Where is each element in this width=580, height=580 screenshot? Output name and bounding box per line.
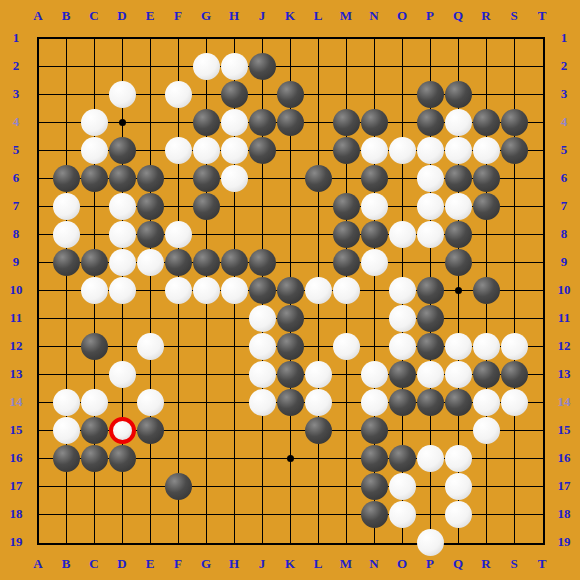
stone-Q13 [445, 361, 472, 388]
stone-M12 [333, 333, 360, 360]
stone-O10 [389, 277, 416, 304]
stone-R6 [473, 165, 500, 192]
stone-P16 [417, 445, 444, 472]
stone-D13 [109, 361, 136, 388]
stone-P13 [417, 361, 444, 388]
column-label-top: S [510, 9, 517, 23]
stone-K3 [277, 81, 304, 108]
row-label-right: 7 [561, 199, 568, 213]
stone-P6 [417, 165, 444, 192]
column-label-bottom: E [146, 557, 155, 571]
stone-K11 [277, 305, 304, 332]
stone-Q12 [445, 333, 472, 360]
row-label-right: 4 [561, 115, 568, 129]
row-label-left: 3 [13, 87, 20, 101]
stone-L10 [305, 277, 332, 304]
stone-N6 [361, 165, 388, 192]
stone-R7 [473, 193, 500, 220]
column-label-bottom: Q [453, 557, 463, 571]
stone-F9 [165, 249, 192, 276]
stone-D9 [109, 249, 136, 276]
stone-R15 [473, 417, 500, 444]
stone-F3 [165, 81, 192, 108]
stone-R12 [473, 333, 500, 360]
stone-S12 [501, 333, 528, 360]
row-label-right: 11 [558, 311, 570, 325]
column-label-top: C [89, 9, 98, 23]
stone-O13 [389, 361, 416, 388]
column-label-top: A [33, 9, 42, 23]
column-label-bottom: D [117, 557, 126, 571]
column-label-top: O [397, 9, 407, 23]
column-label-top: P [426, 9, 434, 23]
last-move-stone-D15 [109, 417, 136, 444]
stone-J5 [249, 137, 276, 164]
stone-C9 [81, 249, 108, 276]
row-label-right: 14 [558, 395, 571, 409]
column-label-bottom: K [285, 557, 295, 571]
stone-P14 [417, 389, 444, 416]
column-label-bottom: A [33, 557, 42, 571]
stone-C14 [81, 389, 108, 416]
stone-J11 [249, 305, 276, 332]
row-label-left: 5 [13, 143, 20, 157]
row-label-right: 10 [558, 283, 571, 297]
stone-N16 [361, 445, 388, 472]
stone-S4 [501, 109, 528, 136]
stone-Q9 [445, 249, 472, 276]
stone-F17 [165, 473, 192, 500]
stone-Q6 [445, 165, 472, 192]
column-label-top: Q [453, 9, 463, 23]
stone-C10 [81, 277, 108, 304]
stone-H9 [221, 249, 248, 276]
stone-P4 [417, 109, 444, 136]
row-label-left: 16 [10, 451, 23, 465]
stone-Q18 [445, 501, 472, 528]
column-label-bottom: M [340, 557, 352, 571]
column-label-top: H [229, 9, 239, 23]
stone-R10 [473, 277, 500, 304]
stone-O11 [389, 305, 416, 332]
column-label-bottom: R [481, 557, 490, 571]
row-label-right: 12 [558, 339, 571, 353]
stone-M4 [333, 109, 360, 136]
row-label-left: 19 [10, 535, 23, 549]
stone-O14 [389, 389, 416, 416]
stone-N4 [361, 109, 388, 136]
stone-Q17 [445, 473, 472, 500]
stone-B9 [53, 249, 80, 276]
stone-O5 [389, 137, 416, 164]
column-label-top: B [62, 9, 71, 23]
stone-K12 [277, 333, 304, 360]
stone-Q16 [445, 445, 472, 472]
stone-F8 [165, 221, 192, 248]
row-label-right: 2 [561, 59, 568, 73]
stone-D3 [109, 81, 136, 108]
go-board[interactable]: AABBCCDDEEFFGGHHJJKKLLMMNNOOPPQQRRSSTT11… [0, 0, 580, 580]
stone-N15 [361, 417, 388, 444]
row-label-left: 17 [10, 479, 23, 493]
stone-D10 [109, 277, 136, 304]
star-point [287, 455, 294, 462]
stone-P8 [417, 221, 444, 248]
row-label-right: 18 [558, 507, 571, 521]
row-label-right: 6 [561, 171, 568, 185]
stone-M5 [333, 137, 360, 164]
column-label-top: N [369, 9, 378, 23]
stone-O8 [389, 221, 416, 248]
stone-R4 [473, 109, 500, 136]
row-label-right: 9 [561, 255, 568, 269]
stone-B8 [53, 221, 80, 248]
star-point [119, 119, 126, 126]
column-label-bottom: S [510, 557, 517, 571]
stone-K4 [277, 109, 304, 136]
stone-Q5 [445, 137, 472, 164]
column-label-top: R [481, 9, 490, 23]
stone-M7 [333, 193, 360, 220]
row-label-left: 15 [10, 423, 23, 437]
stone-D16 [109, 445, 136, 472]
column-label-bottom: P [426, 557, 434, 571]
row-label-left: 10 [10, 283, 23, 297]
stone-G10 [193, 277, 220, 304]
column-label-bottom: J [259, 557, 266, 571]
column-label-top: F [174, 9, 182, 23]
row-label-right: 5 [561, 143, 568, 157]
stone-R14 [473, 389, 500, 416]
stone-J4 [249, 109, 276, 136]
stone-O12 [389, 333, 416, 360]
stone-N7 [361, 193, 388, 220]
stone-H6 [221, 165, 248, 192]
stone-Q4 [445, 109, 472, 136]
stone-F5 [165, 137, 192, 164]
row-label-right: 1 [561, 31, 568, 45]
stone-H5 [221, 137, 248, 164]
stone-P3 [417, 81, 444, 108]
column-label-bottom: O [397, 557, 407, 571]
row-label-right: 19 [558, 535, 571, 549]
stone-C15 [81, 417, 108, 444]
stone-J13 [249, 361, 276, 388]
row-label-left: 9 [13, 255, 20, 269]
stone-E15 [137, 417, 164, 444]
row-label-right: 15 [558, 423, 571, 437]
stone-J9 [249, 249, 276, 276]
column-label-bottom: L [314, 557, 323, 571]
stone-P11 [417, 305, 444, 332]
stone-N18 [361, 501, 388, 528]
stone-B7 [53, 193, 80, 220]
stone-C6 [81, 165, 108, 192]
stone-P19 [417, 529, 444, 556]
stone-R5 [473, 137, 500, 164]
stone-G9 [193, 249, 220, 276]
stone-M9 [333, 249, 360, 276]
column-label-top: E [146, 9, 155, 23]
stone-N17 [361, 473, 388, 500]
stone-R13 [473, 361, 500, 388]
row-label-left: 6 [13, 171, 20, 185]
stone-O18 [389, 501, 416, 528]
stone-E7 [137, 193, 164, 220]
stone-H4 [221, 109, 248, 136]
stone-P10 [417, 277, 444, 304]
stone-P7 [417, 193, 444, 220]
stone-P12 [417, 333, 444, 360]
stone-N5 [361, 137, 388, 164]
stone-L14 [305, 389, 332, 416]
row-label-left: 12 [10, 339, 23, 353]
stone-E6 [137, 165, 164, 192]
stone-J14 [249, 389, 276, 416]
row-label-left: 11 [10, 311, 22, 325]
column-label-bottom: G [201, 557, 211, 571]
stone-H2 [221, 53, 248, 80]
stone-B16 [53, 445, 80, 472]
stone-K13 [277, 361, 304, 388]
stone-N8 [361, 221, 388, 248]
column-label-top: D [117, 9, 126, 23]
column-label-top: J [259, 9, 266, 23]
stone-B6 [53, 165, 80, 192]
stone-N14 [361, 389, 388, 416]
stone-C4 [81, 109, 108, 136]
stone-M10 [333, 277, 360, 304]
stone-D7 [109, 193, 136, 220]
row-label-left: 13 [10, 367, 23, 381]
stone-L15 [305, 417, 332, 444]
stone-N9 [361, 249, 388, 276]
stone-O17 [389, 473, 416, 500]
column-label-bottom: H [229, 557, 239, 571]
row-label-right: 8 [561, 227, 568, 241]
stone-K14 [277, 389, 304, 416]
stone-K10 [277, 277, 304, 304]
column-label-top: G [201, 9, 211, 23]
stone-C16 [81, 445, 108, 472]
stone-D5 [109, 137, 136, 164]
stone-Q14 [445, 389, 472, 416]
stone-J2 [249, 53, 276, 80]
row-label-left: 14 [10, 395, 23, 409]
stone-Q7 [445, 193, 472, 220]
stone-S14 [501, 389, 528, 416]
row-label-left: 7 [13, 199, 20, 213]
stone-G5 [193, 137, 220, 164]
stone-H10 [221, 277, 248, 304]
column-label-top: M [340, 9, 352, 23]
stone-P5 [417, 137, 444, 164]
column-label-bottom: T [538, 557, 547, 571]
stone-O16 [389, 445, 416, 472]
stone-B14 [53, 389, 80, 416]
row-label-left: 2 [13, 59, 20, 73]
stone-H3 [221, 81, 248, 108]
stone-E12 [137, 333, 164, 360]
stone-G4 [193, 109, 220, 136]
stone-E14 [137, 389, 164, 416]
stone-Q3 [445, 81, 472, 108]
stone-S13 [501, 361, 528, 388]
stone-F10 [165, 277, 192, 304]
stone-L6 [305, 165, 332, 192]
row-label-left: 1 [13, 31, 20, 45]
stone-N13 [361, 361, 388, 388]
row-label-right: 16 [558, 451, 571, 465]
stone-C12 [81, 333, 108, 360]
stone-Q8 [445, 221, 472, 248]
row-label-left: 18 [10, 507, 23, 521]
column-label-bottom: C [89, 557, 98, 571]
row-label-right: 3 [561, 87, 568, 101]
stone-E8 [137, 221, 164, 248]
stone-G6 [193, 165, 220, 192]
stone-J12 [249, 333, 276, 360]
stone-L13 [305, 361, 332, 388]
column-label-top: T [538, 9, 547, 23]
stone-G7 [193, 193, 220, 220]
column-label-top: K [285, 9, 295, 23]
stone-D6 [109, 165, 136, 192]
column-label-top: L [314, 9, 323, 23]
column-label-bottom: F [174, 557, 182, 571]
row-label-right: 13 [558, 367, 571, 381]
stone-E9 [137, 249, 164, 276]
stone-S5 [501, 137, 528, 164]
star-point [455, 287, 462, 294]
stone-D8 [109, 221, 136, 248]
stone-C5 [81, 137, 108, 164]
column-label-bottom: B [62, 557, 71, 571]
row-label-right: 17 [558, 479, 571, 493]
stone-B15 [53, 417, 80, 444]
row-label-left: 8 [13, 227, 20, 241]
column-label-bottom: N [369, 557, 378, 571]
stone-M8 [333, 221, 360, 248]
stone-J10 [249, 277, 276, 304]
row-label-left: 4 [13, 115, 20, 129]
stone-G2 [193, 53, 220, 80]
